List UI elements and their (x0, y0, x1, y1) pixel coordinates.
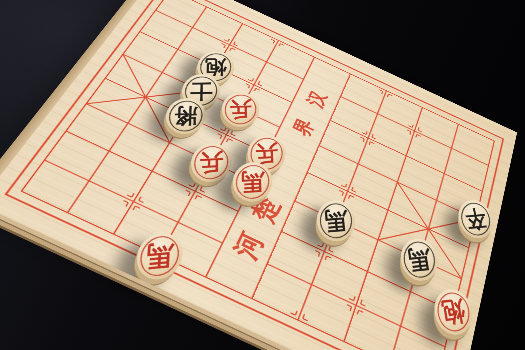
piece-character: 馬 (315, 193, 358, 249)
piece-red-horse[interactable]: 馬 (226, 156, 279, 208)
river-character: 界 (288, 115, 319, 141)
piece-character: 馬 (233, 155, 274, 209)
photo-scene: 汉 界 楚 河 炮士將馬馬卒兵兵兵馬馬炮 (0, 0, 525, 350)
piece-character: 將 (165, 93, 206, 141)
river-character: 河 (226, 227, 269, 265)
piece-red-soldier[interactable]: 兵 (215, 86, 265, 133)
piece-character: 馬 (134, 224, 183, 289)
piece-red-soldier[interactable]: 兵 (183, 137, 238, 189)
piece-character: 兵 (190, 137, 231, 190)
river-character: 汉 (302, 86, 332, 111)
piece-character: 兵 (222, 87, 260, 133)
piece-black-general[interactable]: 將 (158, 92, 212, 140)
xiangqi-board: 汉 界 楚 河 炮士將馬馬卒兵兵兵馬馬炮 (0, 0, 517, 350)
